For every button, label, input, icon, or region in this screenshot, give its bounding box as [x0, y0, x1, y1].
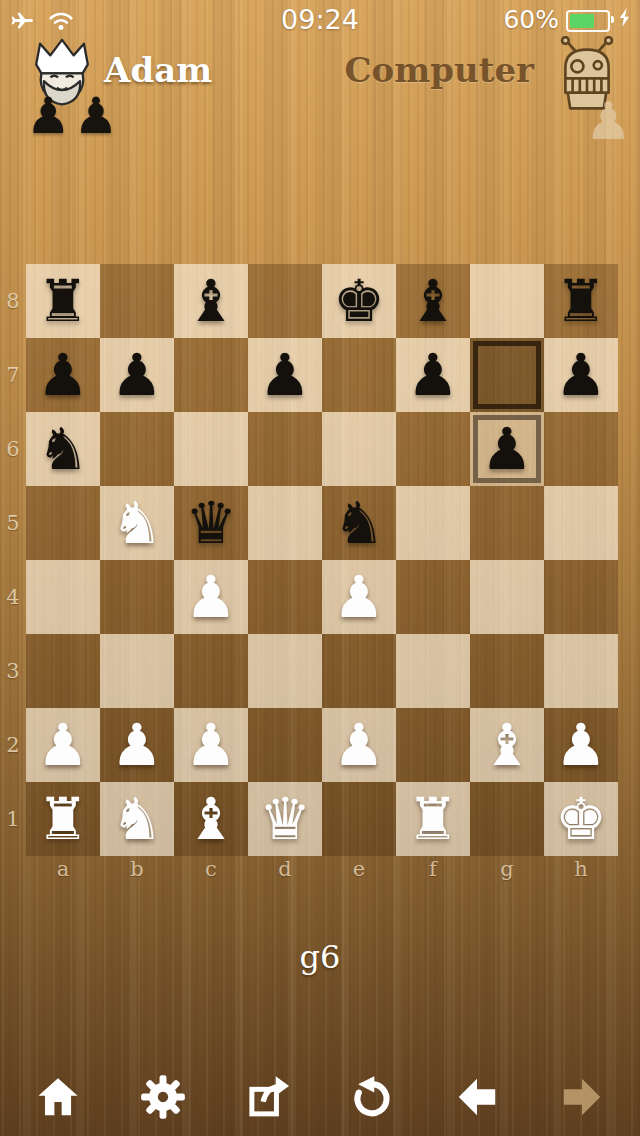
captured-black-pawn: ♟ [26, 88, 71, 144]
square-b3[interactable] [100, 634, 174, 708]
square-g5[interactable] [470, 486, 544, 560]
square-c4[interactable]: ♟ [174, 560, 248, 634]
piece-white-bishop: ♝ [470, 708, 544, 782]
rank-label-4: 4 [2, 585, 24, 609]
square-d3[interactable] [248, 634, 322, 708]
piece-white-pawn: ♟ [544, 708, 618, 782]
file-label-e: e [322, 857, 396, 881]
piece-black-pawn: ♟ [100, 338, 174, 412]
square-c6[interactable] [174, 412, 248, 486]
square-a7[interactable]: ♟ [26, 338, 100, 412]
square-e6[interactable] [322, 412, 396, 486]
square-a1[interactable]: ♜ [26, 782, 100, 856]
piece-black-pawn: ♟ [470, 412, 544, 486]
square-g4[interactable] [470, 560, 544, 634]
rank-label-7: 7 [2, 363, 24, 387]
last-move-text: g6 [0, 938, 640, 976]
square-b8[interactable] [100, 264, 174, 338]
square-g1[interactable] [470, 782, 544, 856]
rank-label-5: 5 [2, 511, 24, 535]
piece-white-pawn: ♟ [100, 708, 174, 782]
piece-white-pawn: ♟ [322, 560, 396, 634]
piece-black-pawn: ♟ [26, 338, 100, 412]
rank-label-3: 3 [2, 659, 24, 683]
square-g8[interactable] [470, 264, 544, 338]
square-h6[interactable] [544, 412, 618, 486]
square-d2[interactable] [248, 708, 322, 782]
rotate-ccw-icon [349, 1074, 395, 1120]
square-a3[interactable] [26, 634, 100, 708]
square-e7[interactable] [322, 338, 396, 412]
square-c8[interactable]: ♝ [174, 264, 248, 338]
gear-icon [140, 1074, 186, 1120]
square-b4[interactable] [100, 560, 174, 634]
square-c5[interactable]: ♛ [174, 486, 248, 560]
square-b6[interactable] [100, 412, 174, 486]
file-label-d: d [248, 857, 322, 881]
piece-white-pawn: ♟ [174, 708, 248, 782]
square-a6[interactable]: ♞ [26, 412, 100, 486]
square-a4[interactable] [26, 560, 100, 634]
captured-white-pawn: ♟ [585, 92, 632, 150]
back-button[interactable] [441, 1068, 513, 1126]
settings-button[interactable] [127, 1068, 199, 1126]
piece-white-queen: ♛ [248, 782, 322, 856]
square-h7[interactable]: ♟ [544, 338, 618, 412]
piece-black-rook: ♜ [544, 264, 618, 338]
square-c1[interactable]: ♝ [174, 782, 248, 856]
square-d5[interactable] [248, 486, 322, 560]
piece-white-knight: ♞ [100, 782, 174, 856]
piece-black-rook: ♜ [26, 264, 100, 338]
square-g2[interactable]: ♝ [470, 708, 544, 782]
square-b5[interactable]: ♞ [100, 486, 174, 560]
piece-white-bishop: ♝ [174, 782, 248, 856]
share-icon [245, 1074, 291, 1120]
rank-labels: 87654321 [2, 264, 24, 856]
file-label-g: g [470, 857, 544, 881]
square-a2[interactable]: ♟ [26, 708, 100, 782]
bottom-toolbar [0, 1066, 640, 1128]
square-e3[interactable] [322, 634, 396, 708]
piece-white-pawn: ♟ [174, 560, 248, 634]
battery-icon [566, 10, 610, 32]
square-f2[interactable] [396, 708, 470, 782]
home-icon [35, 1074, 81, 1120]
share-button[interactable] [232, 1068, 304, 1126]
square-g3[interactable] [470, 634, 544, 708]
square-g7[interactable] [470, 338, 544, 412]
square-h5[interactable] [544, 486, 618, 560]
piece-black-knight: ♞ [322, 486, 396, 560]
square-g6[interactable]: ♟ [470, 412, 544, 486]
piece-black-pawn: ♟ [248, 338, 322, 412]
piece-black-knight: ♞ [26, 412, 100, 486]
piece-white-king: ♚ [544, 782, 618, 856]
square-a5[interactable] [26, 486, 100, 560]
black-player-name: Computer [345, 50, 534, 90]
black-captured-tray: ♟ [585, 92, 632, 150]
chess-board: ♜♝♚♝♜♟♟♟♟♟♞♟♞♛♞♟♟♟♟♟♟♝♟♜♞♝♛♜♚ [26, 264, 618, 856]
square-f6[interactable] [396, 412, 470, 486]
file-label-a: a [26, 857, 100, 881]
white-captured-tray: ♟♟ [26, 88, 119, 144]
square-f3[interactable] [396, 634, 470, 708]
captured-black-pawn: ♟ [74, 88, 119, 144]
piece-black-king: ♚ [322, 264, 396, 338]
home-button[interactable] [22, 1068, 94, 1126]
piece-black-queen: ♛ [174, 486, 248, 560]
square-e4[interactable]: ♟ [322, 560, 396, 634]
square-a8[interactable]: ♜ [26, 264, 100, 338]
piece-white-pawn: ♟ [322, 708, 396, 782]
square-c2[interactable]: ♟ [174, 708, 248, 782]
rank-label-1: 1 [2, 807, 24, 831]
charging-bolt-icon [617, 8, 630, 32]
square-e1[interactable] [322, 782, 396, 856]
file-label-c: c [174, 857, 248, 881]
square-d6[interactable] [248, 412, 322, 486]
square-h1[interactable]: ♚ [544, 782, 618, 856]
square-f1[interactable]: ♜ [396, 782, 470, 856]
white-player-name: Adam [104, 50, 212, 90]
battery-percent: 60% [503, 5, 559, 34]
file-label-f: f [396, 857, 470, 881]
square-h2[interactable]: ♟ [544, 708, 618, 782]
square-h4[interactable] [544, 560, 618, 634]
square-d7[interactable]: ♟ [248, 338, 322, 412]
piece-black-pawn: ♟ [544, 338, 618, 412]
undo-button[interactable] [336, 1068, 408, 1126]
piece-black-bishop: ♝ [174, 264, 248, 338]
piece-black-pawn: ♟ [396, 338, 470, 412]
square-f7[interactable]: ♟ [396, 338, 470, 412]
square-e2[interactable]: ♟ [322, 708, 396, 782]
square-b2[interactable]: ♟ [100, 708, 174, 782]
square-d4[interactable] [248, 560, 322, 634]
file-label-b: b [100, 857, 174, 881]
arrow-left-icon [454, 1074, 500, 1120]
piece-white-pawn: ♟ [26, 708, 100, 782]
square-b1[interactable]: ♞ [100, 782, 174, 856]
square-d8[interactable] [248, 264, 322, 338]
square-b7[interactable]: ♟ [100, 338, 174, 412]
status-bar-right: 60% [503, 5, 630, 34]
square-c7[interactable] [174, 338, 248, 412]
piece-white-rook: ♜ [26, 782, 100, 856]
rank-label-6: 6 [2, 437, 24, 461]
piece-black-bishop: ♝ [396, 264, 470, 338]
arrow-right-icon [559, 1074, 605, 1120]
square-f8[interactable]: ♝ [396, 264, 470, 338]
piece-white-rook: ♜ [396, 782, 470, 856]
rank-label-2: 2 [2, 733, 24, 757]
square-d1[interactable]: ♛ [248, 782, 322, 856]
piece-white-knight: ♞ [100, 486, 174, 560]
square-e5[interactable]: ♞ [322, 486, 396, 560]
forward-button[interactable] [546, 1068, 618, 1126]
square-h8[interactable]: ♜ [544, 264, 618, 338]
file-labels: abcdefgh [26, 855, 618, 883]
square-c3[interactable] [174, 634, 248, 708]
square-h3[interactable] [544, 634, 618, 708]
file-label-h: h [544, 857, 618, 881]
square-e8[interactable]: ♚ [322, 264, 396, 338]
rank-label-8: 8 [2, 289, 24, 313]
chess-app-screen: 09:24 60% Adam ♟♟ Computer [0, 0, 640, 1136]
square-f4[interactable] [396, 560, 470, 634]
square-f5[interactable] [396, 486, 470, 560]
